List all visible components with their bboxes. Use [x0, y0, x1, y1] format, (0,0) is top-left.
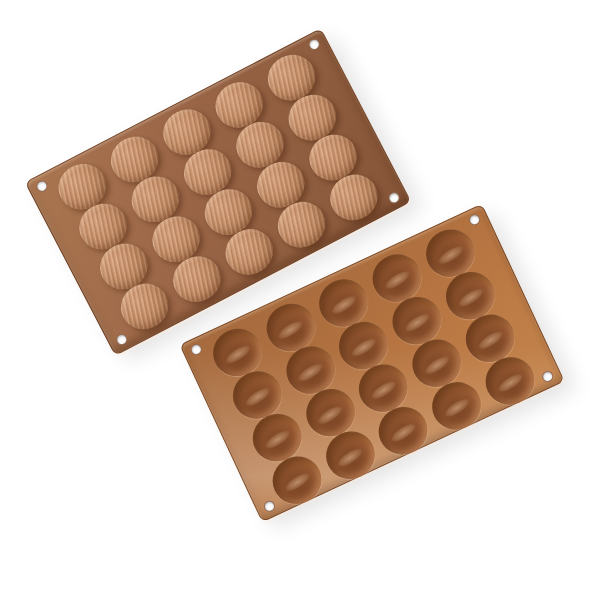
product-photo — [0, 0, 600, 600]
